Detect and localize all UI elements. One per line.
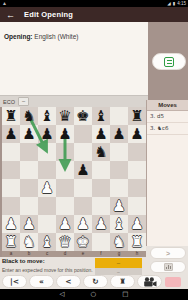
square-d4[interactable] [56,179,74,197]
status-bar: ▲ ◢ ▮ 4:15 [0,0,188,7]
square-h8[interactable]: ♜ [128,107,146,125]
clock-text: 4:15 [177,0,186,7]
square-h2[interactable]: ♟ [128,215,146,233]
file-label-b: b [20,251,38,257]
square-f7[interactable]: ♟ [92,125,110,143]
white-knight-piece: ♞ [22,233,35,251]
square-c1[interactable]: ♝ [38,233,56,251]
black-rook-piece: ♜ [4,107,17,125]
battery-icon: ▮ [173,0,175,7]
white-pawn-piece: ♟ [40,179,53,197]
annotation-button[interactable] [152,53,186,70]
white-pawn-piece: ♟ [130,215,143,233]
black-pawn-piece: ♟ [112,125,125,143]
eco-dropdown[interactable]: – [18,97,29,106]
square-e7[interactable] [74,125,92,143]
black-pawn-piece: ♟ [4,125,17,143]
board-area: ♜♞♝♛♚♝♜♟♟♟♟♟♟♟♞♟♟♟♟♟♟♟♟♝♟♜♞♝♛♚♞♜ [2,107,146,251]
back-move-button[interactable]: < [56,275,81,288]
square-h7[interactable]: ♟ [128,125,146,143]
square-a6[interactable] [2,143,20,161]
square-f5[interactable] [92,161,110,179]
notification-icon: ▲ [2,0,7,7]
square-e8[interactable]: ♚ [74,107,92,125]
signal-icon: ◢ [167,0,170,7]
prompt-subtitle: Enter an expected move for this position… [2,267,93,273]
skip-to-start-button[interactable]: |< [2,275,27,288]
moves-list: 3. d53. ♞c6 [147,111,188,135]
camera-button[interactable] [137,275,162,288]
turn-indicator: Black to move: [2,258,45,264]
square-d3[interactable] [56,197,74,215]
pink-indicator[interactable] [165,277,181,287]
square-f8[interactable]: ♝ [92,107,110,125]
stats-button[interactable] [150,261,186,273]
secondary-field[interactable]: – [95,268,142,275]
square-h5[interactable] [128,161,146,179]
square-h6[interactable] [128,143,146,161]
square-h1[interactable]: ♜ [128,233,146,251]
android-recents-button[interactable]: □ [122,289,128,300]
android-back-button[interactable]: ◁ [60,289,65,300]
square-a4[interactable] [2,179,20,197]
square-c3[interactable] [38,197,56,215]
square-d1[interactable]: ♛ [56,233,74,251]
black-queen-piece: ♛ [58,107,71,125]
square-b3[interactable] [20,197,38,215]
square-a1[interactable]: ♜ [2,233,20,251]
black-pawn-piece: ♟ [40,125,53,143]
black-pawn-piece: ♟ [94,125,107,143]
white-king-piece: ♚ [76,233,89,251]
square-e6[interactable] [74,143,92,161]
file-label-h: h [128,251,146,257]
square-a5[interactable] [2,161,20,179]
square-g4[interactable] [110,179,128,197]
black-pawn-piece: ♟ [22,125,35,143]
file-labels: abcdefgh [2,251,146,257]
flip-board-button[interactable]: ↻ [83,275,108,288]
white-rook-piece: ♜ [4,233,17,251]
square-d8[interactable]: ♛ [56,107,74,125]
file-label-f: f [92,251,110,257]
square-e4[interactable] [74,179,92,197]
square-c4[interactable]: ♟ [38,179,56,197]
white-pawn-piece: ♟ [76,215,89,233]
square-b6[interactable] [20,143,38,161]
white-pawn-piece: ♟ [112,197,125,215]
square-b7[interactable]: ♟ [20,125,38,143]
move-list-item[interactable]: 3. ♞c6 [147,123,188,135]
square-a8[interactable]: ♜ [2,107,20,125]
white-bishop-piece: ♝ [112,215,125,233]
file-label-g: g [110,251,128,257]
white-bishop-piece: ♝ [40,233,53,251]
square-a2[interactable]: ♟ [2,215,20,233]
white-pawn-piece: ♟ [22,215,35,233]
android-home-button[interactable]: ○ [91,289,97,300]
app-frame: ▲ ◢ ▮ 4:15 ← Edit Opening Opening: Engli… [0,0,188,300]
white-pawn-piece: ♟ [4,215,17,233]
square-b1[interactable]: ♞ [20,233,38,251]
square-b5[interactable] [20,161,38,179]
square-b4[interactable] [20,179,38,197]
square-f2[interactable]: ♟ [92,215,110,233]
page-title: Edit Opening [24,10,73,19]
square-f6[interactable]: ♞ [92,143,110,161]
bar-chart-icon [164,263,173,271]
opening-name-field[interactable]: Opening: English (White) [0,22,148,95]
black-knight-piece: ♞ [22,107,35,125]
black-bishop-piece: ♝ [94,107,107,125]
piece-setup-button[interactable]: ♜ [110,275,135,288]
square-e2[interactable]: ♟ [74,215,92,233]
square-d7[interactable]: ♟ [56,125,74,143]
square-g8[interactable] [110,107,128,125]
square-f3[interactable] [92,197,110,215]
square-a3[interactable] [2,197,20,215]
square-c2[interactable] [38,215,56,233]
square-g7[interactable]: ♟ [110,125,128,143]
opening-label: Opening: [4,33,33,40]
square-b2[interactable]: ♟ [20,215,38,233]
next-move-button[interactable]: > [150,247,186,259]
square-g1[interactable]: ♞ [110,233,128,251]
eco-label: ECO [3,99,15,105]
square-e5[interactable]: ♟ [74,161,92,179]
white-knight-piece: ♞ [112,233,125,251]
navigation-toolbar: |< « < ↻ ♜ [0,275,162,289]
black-bishop-piece: ♝ [40,107,53,125]
square-e1[interactable]: ♚ [74,233,92,251]
eco-row: ECO – [0,95,148,107]
video-camera-icon [143,277,157,287]
square-b8[interactable]: ♞ [20,107,38,125]
chess-board[interactable]: ♜♞♝♛♚♝♜♟♟♟♟♟♟♟♞♟♟♟♟♟♟♟♟♝♟♜♞♝♛♚♞♜ [2,107,146,251]
expected-move-field[interactable]: – [95,258,142,268]
moves-header: Moves [147,100,188,111]
file-label-e: e [74,251,92,257]
black-king-piece: ♚ [76,107,89,125]
file-label-c: c [38,251,56,257]
square-c8[interactable]: ♝ [38,107,56,125]
move-list-item[interactable]: 3. d5 [147,111,188,123]
black-pawn-piece: ♟ [58,125,71,143]
white-rook-piece: ♜ [130,233,143,251]
square-h4[interactable] [128,179,146,197]
back-arrow-icon[interactable]: ← [6,10,15,20]
white-pawn-piece: ♟ [58,215,71,233]
square-e3[interactable] [74,197,92,215]
square-d5[interactable] [56,161,74,179]
file-label-d: d [56,251,74,257]
white-pawn-piece: ♟ [94,215,107,233]
square-d6[interactable] [56,143,74,161]
fast-back-button[interactable]: « [29,275,54,288]
moves-panel: Moves 3. d53. ♞c6 [146,100,188,246]
square-g2[interactable]: ♝ [110,215,128,233]
square-h3[interactable] [128,197,146,215]
android-nav-bar: ◁ ○ □ [0,289,188,300]
square-f1[interactable] [92,233,110,251]
black-pawn-piece: ♟ [130,125,143,143]
square-g6[interactable] [110,143,128,161]
notes-icon [164,57,174,67]
square-d2[interactable]: ♟ [56,215,74,233]
square-g3[interactable]: ♟ [110,197,128,215]
white-queen-piece: ♛ [58,233,71,251]
square-a7[interactable]: ♟ [2,125,20,143]
app-bar: ← Edit Opening [0,7,188,22]
square-c7[interactable]: ♟ [38,125,56,143]
black-knight-piece: ♞ [94,143,107,161]
square-g5[interactable] [110,161,128,179]
black-rook-piece: ♜ [130,107,143,125]
square-c6[interactable] [38,143,56,161]
file-label-a: a [2,251,20,257]
opening-value: English (White) [33,33,79,40]
square-c5[interactable] [38,161,56,179]
black-pawn-piece: ♟ [76,161,89,179]
square-f4[interactable] [92,179,110,197]
